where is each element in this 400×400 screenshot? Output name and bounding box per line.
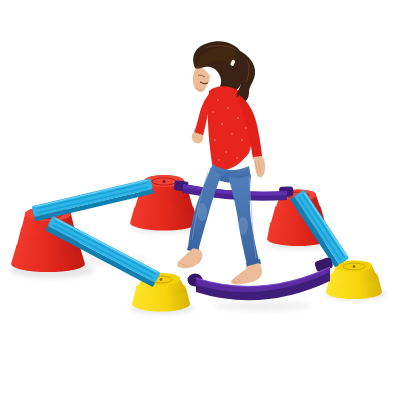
scene-svg (0, 0, 400, 400)
product-photo (0, 0, 400, 400)
